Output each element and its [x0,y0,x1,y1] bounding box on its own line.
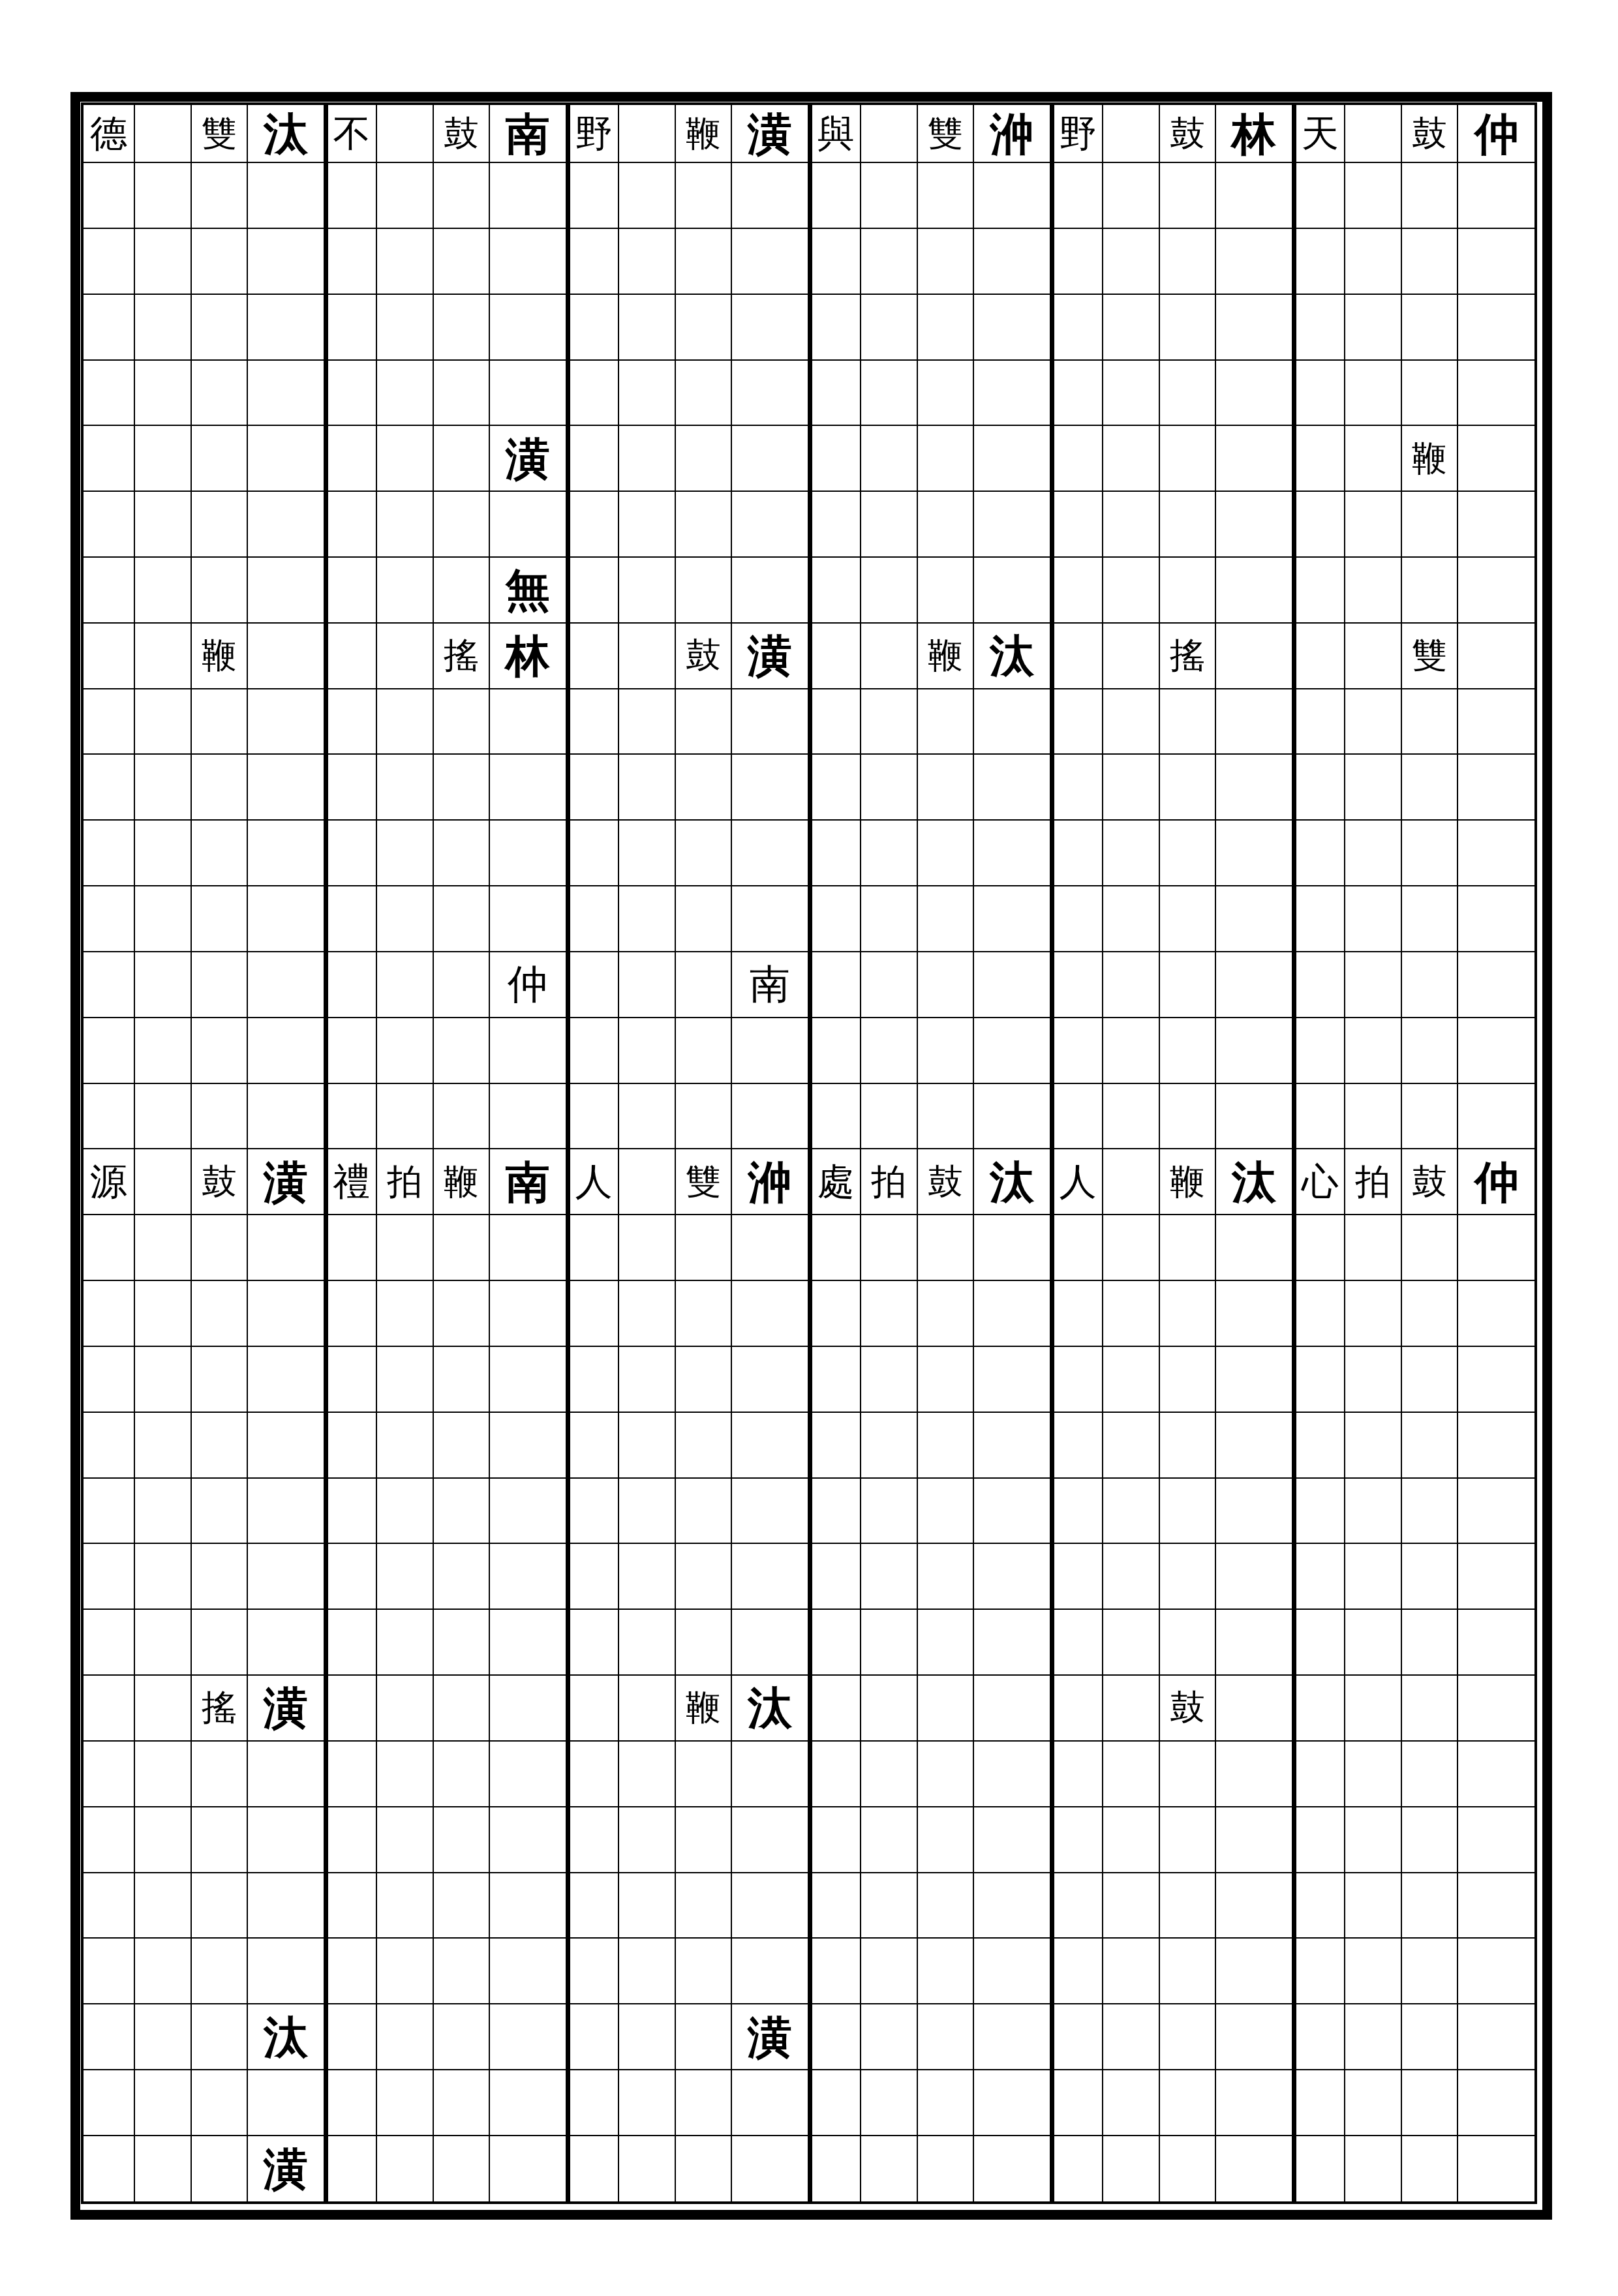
jeonggan-cell-r10c21 [1294,689,1345,755]
jeonggan-cell-r24c22 [1345,1609,1401,1675]
jeonggan-cell-r30c12: 潢 [731,2004,810,2070]
jeonggan-cell-r8c6 [376,557,433,623]
jeonggan-cell-r31c10 [618,2070,675,2136]
pitch-glyph-潢: 潢 [264,2147,308,2191]
jeonggan-cell-r2c1 [84,162,134,228]
jeonggan-row-30: 汰潢 [84,2004,1536,2070]
jeonggan-cell-r16c7 [433,1083,489,1149]
jeonggan-cell-r29c4 [247,1938,326,2004]
jeonggan-cell-r3c3 [191,228,247,294]
jeonggan-cell-r11c15 [917,754,973,820]
jeonggan-row-13 [84,886,1536,952]
percussion-glyph-雙: 雙 [1412,638,1447,673]
jeonggan-cell-r32c11 [675,2136,731,2201]
jeonggan-cell-r2c12 [731,162,810,228]
jeonggan-cell-r28c13 [810,1873,861,1939]
jeonggan-cell-r29c22 [1345,1938,1401,2004]
jeonggan-cell-r29c24 [1458,1938,1536,2004]
jeonggan-cell-r20c2 [134,1346,191,1412]
jeonggan-cell-r9c5 [326,623,376,689]
jeonggan-cell-r16c19 [1159,1083,1215,1149]
jeonggan-cell-r3c10 [618,228,675,294]
jeonggan-cell-r32c19 [1159,2136,1215,2201]
jeonggan-cell-r1c24: 仲 [1458,105,1536,162]
jeonggan-cell-r7c20 [1215,491,1294,557]
jeonggan-row-16 [84,1083,1536,1149]
jeonggan-cell-r30c2 [134,2004,191,2070]
jeonggan-cell-r17c19: 鞭 [1159,1149,1215,1215]
jeonggan-cell-r5c12 [731,360,810,426]
jeonggan-cell-r11c20 [1215,754,1294,820]
jeonggan-cell-r24c17 [1052,1609,1103,1675]
jeonggan-row-31 [84,2070,1536,2136]
jeonggan-cell-r6c2 [134,425,191,491]
jeonggan-cell-r6c23: 鞭 [1401,425,1458,491]
jeonggan-cell-r23c1 [84,1543,134,1609]
jeonggan-cell-r26c1 [84,1741,134,1807]
jeonggan-cell-r18c21 [1294,1215,1345,1280]
pitch-glyph-潢: 潢 [264,1685,308,1730]
jeonggan-cell-r14c1 [84,952,134,1018]
jeonggan-cell-r19c23 [1401,1280,1458,1346]
jeonggan-cell-r11c10 [618,754,675,820]
jeonggan-cell-r30c19 [1159,2004,1215,2070]
jeonggan-cell-r25c4: 潢 [247,1675,326,1741]
jeonggan-cell-r19c24 [1458,1280,1536,1346]
jeonggan-cell-r8c1 [84,557,134,623]
jeonggan-cell-r26c3 [191,1741,247,1807]
jeonggan-cell-r31c7 [433,2070,489,2136]
jeonggan-cell-r3c23 [1401,228,1458,294]
jeonggan-cell-r26c13 [810,1741,861,1807]
jeonggan-cell-r3c20 [1215,228,1294,294]
jeonggan-cell-r22c19 [1159,1478,1215,1544]
jeonggan-cell-r8c13 [810,557,861,623]
jeonggan-cell-r5c10 [618,360,675,426]
jeonggan-row-6: 潢鞭 [84,425,1536,491]
jeonggan-cell-r27c7 [433,1807,489,1873]
jeonggan-cell-r8c23 [1401,557,1458,623]
jeonggan-cell-r1c22 [1345,105,1401,162]
jeonggan-cell-r25c11: 鞭 [675,1675,731,1741]
jeonggan-cell-r24c10 [618,1609,675,1675]
pitch-glyph-仲: 仲 [1475,112,1519,156]
jeonggan-cell-r30c3 [191,2004,247,2070]
percussion-glyph-鞭: 鞭 [686,116,721,151]
pitch-glyph-林: 林 [506,633,550,678]
jeonggan-cell-r8c3 [191,557,247,623]
jeonggan-cell-r11c12 [731,754,810,820]
jeonggan-cell-r28c1 [84,1873,134,1939]
jeonggan-cell-r2c10 [618,162,675,228]
pitch-glyph-潢: 潢 [748,633,792,678]
lyric-glyph-野: 野 [1060,115,1097,152]
jeonggan-cell-r14c14 [861,952,917,1018]
jeonggan-row-17: 源鼓潢禮拍鞭南人雙㳞處拍鼓汰人鞭汰心拍鼓仲 [84,1149,1536,1215]
jeonggan-cell-r1c6 [376,105,433,162]
jeonggan-cell-r31c6 [376,2070,433,2136]
jeonggan-cell-r25c16 [973,1675,1052,1741]
jeonggan-cell-r7c23 [1401,491,1458,557]
jeonggan-cell-r19c8 [489,1280,568,1346]
pitch-glyph-㳞: 㳞 [990,112,1034,156]
jeonggan-cell-r31c18 [1103,2070,1159,2136]
jeonggan-cell-r18c23 [1401,1215,1458,1280]
jeonggan-cell-r31c13 [810,2070,861,2136]
jeonggan-cell-r15c17 [1052,1018,1103,1083]
jeonggan-cell-r14c18 [1103,952,1159,1018]
jeonggan-cell-r30c1 [84,2004,134,2070]
jeonggan-cell-r16c6 [376,1083,433,1149]
jeonggan-cell-r27c23 [1401,1807,1458,1873]
jeonggan-row-7 [84,491,1536,557]
jeonggan-cell-r8c15 [917,557,973,623]
jeonggan-cell-r8c18 [1103,557,1159,623]
jeonggan-cell-r22c20 [1215,1478,1294,1544]
jeonggan-cell-r5c18 [1103,360,1159,426]
jeonggan-row-4 [84,294,1536,360]
jeonggan-cell-r27c1 [84,1807,134,1873]
jeonggan-cell-r5c11 [675,360,731,426]
jeonggan-cell-r17c7: 鞭 [433,1149,489,1215]
jeonggan-cell-r24c13 [810,1609,861,1675]
percussion-glyph-鼓: 鼓 [1412,116,1447,151]
jeonggan-cell-r7c24 [1458,491,1536,557]
jeonggan-cell-r26c19 [1159,1741,1215,1807]
pitch-glyph-汰: 汰 [264,2015,308,2059]
jeonggan-cell-r11c4 [247,754,326,820]
jeonggan-cell-r6c14 [861,425,917,491]
jeonggan-cell-r4c24 [1458,294,1536,360]
jeonggan-cell-r30c24 [1458,2004,1536,2070]
jeonggan-cell-r24c24 [1458,1609,1536,1675]
jeonggan-cell-r19c10 [618,1280,675,1346]
jeonggan-cell-r15c4 [247,1018,326,1083]
jeonggan-cell-r23c5 [326,1543,376,1609]
jeonggan-cell-r6c17 [1052,425,1103,491]
jeonggan-cell-r23c12 [731,1543,810,1609]
jeonggan-cell-r12c1 [84,820,134,886]
jeonggan-cell-r32c6 [376,2136,433,2201]
jeonggan-cell-r1c14 [861,105,917,162]
jeonggan-cell-r2c3 [191,162,247,228]
jeonggan-cell-r10c18 [1103,689,1159,755]
jeonggan-cell-r21c9 [568,1412,618,1478]
jeonggan-cell-r6c12 [731,425,810,491]
jeonggan-cell-r13c19 [1159,886,1215,952]
jeonggan-cell-r19c12 [731,1280,810,1346]
jeonggan-cell-r23c14 [861,1543,917,1609]
jeonggan-cell-r6c10 [618,425,675,491]
jeonggan-cell-r1c1: 德 [84,105,134,162]
jeonggan-cell-r27c2 [134,1807,191,1873]
jeonggan-cell-r5c14 [861,360,917,426]
jeonggan-cell-r32c10 [618,2136,675,2201]
jeonggan-cell-r32c4: 潢 [247,2136,326,2201]
jeonggan-cell-r27c24 [1458,1807,1536,1873]
jeonggan-row-23 [84,1543,1536,1609]
jeonggan-cell-r28c23 [1401,1873,1458,1939]
jeonggan-cell-r11c21 [1294,754,1345,820]
jeonggan-cell-r14c23 [1401,952,1458,1018]
jeonggan-cell-r7c10 [618,491,675,557]
jeonggan-cell-r5c5 [326,360,376,426]
jeonggan-cell-r6c19 [1159,425,1215,491]
jeonggan-cell-r25c3: 搖 [191,1675,247,1741]
jeonggan-cell-r29c18 [1103,1938,1159,2004]
jeonggan-cell-r21c23 [1401,1412,1458,1478]
jeonggan-cell-r11c24 [1458,754,1536,820]
jeonggan-cell-r7c5 [326,491,376,557]
jeonggan-cell-r32c3 [191,2136,247,2201]
jeonggan-cell-r10c10 [618,689,675,755]
jeonggan-cell-r1c4: 汰 [247,105,326,162]
jeonggan-cell-r17c20: 汰 [1215,1149,1294,1215]
jeonggan-cell-r12c2 [134,820,191,886]
jeonggan-cell-r7c22 [1345,491,1401,557]
jeonggan-cell-r17c24: 仲 [1458,1149,1536,1215]
jeonggan-cell-r19c18 [1103,1280,1159,1346]
jeonggan-cell-r12c19 [1159,820,1215,886]
jeonggan-cell-r19c11 [675,1280,731,1346]
jeonggan-cell-r26c24 [1458,1741,1536,1807]
jeonggan-cell-r20c14 [861,1346,917,1412]
jeonggan-cell-r29c19 [1159,1938,1215,2004]
jeonggan-cell-r19c22 [1345,1280,1401,1346]
jeonggan-cell-r18c15 [917,1215,973,1280]
pitch-glyph-潢: 潢 [748,2015,792,2059]
jeonggan-row-9: 鞭搖林鼓潢鞭汰搖雙 [84,623,1536,689]
jeonggan-cell-r26c7 [433,1741,489,1807]
jeonggan-cell-r4c10 [618,294,675,360]
jeonggan-cell-r15c11 [675,1018,731,1083]
jeonggan-cell-r25c5 [326,1675,376,1741]
jeonggan-cell-r3c21 [1294,228,1345,294]
jeonggan-cell-r31c22 [1345,2070,1401,2136]
jeonggan-cell-r1c9: 野 [568,105,618,162]
jeonggan-cell-r8c4 [247,557,326,623]
jeonggan-cell-r27c8 [489,1807,568,1873]
jeonggan-cell-r7c7 [433,491,489,557]
jeonggan-row-10 [84,689,1536,755]
jeonggan-cell-r3c7 [433,228,489,294]
jeonggan-cell-r20c6 [376,1346,433,1412]
jeonggan-cell-r15c13 [810,1018,861,1083]
jeonggan-cell-r14c6 [376,952,433,1018]
jeonggan-cell-r21c10 [618,1412,675,1478]
jeonggan-cell-r25c13 [810,1675,861,1741]
jeonggan-cell-r23c23 [1401,1543,1458,1609]
jeonggan-cell-r17c22: 拍 [1345,1149,1401,1215]
jeonggan-cell-r23c3 [191,1543,247,1609]
jeonggan-cell-r4c5 [326,294,376,360]
jeonggan-cell-r26c5 [326,1741,376,1807]
jeonggan-cell-r11c1 [84,754,134,820]
jeonggan-cell-r9c4 [247,623,326,689]
jeonggan-cell-r13c3 [191,886,247,952]
jeonggan-cell-r31c12 [731,2070,810,2136]
jeonggan-cell-r10c14 [861,689,917,755]
jeonggan-cell-r15c3 [191,1018,247,1083]
lyric-glyph-天: 天 [1302,115,1339,152]
jeonggan-cell-r25c22 [1345,1675,1401,1741]
jeonggan-cell-r26c8 [489,1741,568,1807]
jeonggan-cell-r2c19 [1159,162,1215,228]
jeonggan-cell-r26c21 [1294,1741,1345,1807]
jeonggan-row-12 [84,820,1536,886]
percussion-glyph-拍: 拍 [388,1164,423,1200]
jeonggan-cell-r7c14 [861,491,917,557]
jeonggan-cell-r15c7 [433,1018,489,1083]
jeonggan-cell-r2c16 [973,162,1052,228]
jeonggan-cell-r26c15 [917,1741,973,1807]
jeonggan-cell-r28c9 [568,1873,618,1939]
jeonggan-cell-r10c16 [973,689,1052,755]
jeonggan-cell-r11c13 [810,754,861,820]
jeonggan-cell-r9c15: 鞭 [917,623,973,689]
jeonggan-row-20 [84,1346,1536,1412]
jeonggan-cell-r3c14 [861,228,917,294]
jeonggan-cell-r22c3 [191,1478,247,1544]
jeonggan-cell-r20c9 [568,1346,618,1412]
jeonggan-cell-r11c7 [433,754,489,820]
jeonggan-cell-r3c17 [1052,228,1103,294]
jeonggan-cell-r16c1 [84,1083,134,1149]
jeonggan-cell-r13c18 [1103,886,1159,952]
jeonggan-cell-r22c12 [731,1478,810,1544]
jeonggan-cell-r15c14 [861,1018,917,1083]
jeonggan-cell-r10c24 [1458,689,1536,755]
jeonggan-cell-r18c12 [731,1215,810,1280]
jeonggan-row-14: 仲南 [84,952,1536,1018]
jeonggan-cell-r21c3 [191,1412,247,1478]
jeonggan-cell-r2c4 [247,162,326,228]
percussion-glyph-鼓: 鼓 [444,116,479,151]
jeonggan-cell-r14c7 [433,952,489,1018]
jeonggan-cell-r20c10 [618,1346,675,1412]
jeonggan-cell-r16c22 [1345,1083,1401,1149]
jeonggan-cell-r3c16 [973,228,1052,294]
jeonggan-row-29 [84,1938,1536,2004]
jeonggan-cell-r28c2 [134,1873,191,1939]
jeonggan-cell-r6c13 [810,425,861,491]
jeonggan-cell-r6c16 [973,425,1052,491]
jeonggan-cell-r12c14 [861,820,917,886]
jeonggan-cell-r20c16 [973,1346,1052,1412]
jeonggan-cell-r13c6 [376,886,433,952]
jeonggan-cell-r27c14 [861,1807,917,1873]
jeonggan-cell-r20c18 [1103,1346,1159,1412]
jeonggan-cell-r14c22 [1345,952,1401,1018]
jeonggan-cell-r31c5 [326,2070,376,2136]
jeonggan-cell-r26c17 [1052,1741,1103,1807]
jeonggan-cell-r15c6 [376,1018,433,1083]
jeonggan-cell-r14c19 [1159,952,1215,1018]
jeonggan-cell-r6c11 [675,425,731,491]
jeonggan-cell-r23c6 [376,1543,433,1609]
jeonggan-cell-r29c8 [489,1938,568,2004]
jeonggan-cell-r16c4 [247,1083,326,1149]
jeonggan-cell-r2c14 [861,162,917,228]
pitch-glyph-汰: 汰 [264,112,308,156]
jeonggan-cell-r23c11 [675,1543,731,1609]
jeonggan-cell-r26c11 [675,1741,731,1807]
pitch-glyph-汰: 汰 [990,633,1034,678]
jeonggan-cell-r6c24 [1458,425,1536,491]
pitch-glyph-㳞: 㳞 [748,1160,792,1204]
jeonggan-cell-r29c23 [1401,1938,1458,2004]
jeonggan-cell-r32c21 [1294,2136,1345,2201]
percussion-glyph-鼓: 鼓 [1170,1690,1205,1725]
jeonggan-cell-r25c12: 汰 [731,1675,810,1741]
jeonggan-cell-r30c13 [810,2004,861,2070]
jeonggan-cell-r20c17 [1052,1346,1103,1412]
jeonggan-cell-r19c3 [191,1280,247,1346]
jeonggan-cell-r1c18 [1103,105,1159,162]
jeonggan-cell-r12c24 [1458,820,1536,886]
jeonggan-cell-r25c9 [568,1675,618,1741]
jeonggan-cell-r5c7 [433,360,489,426]
jeonggan-cell-r31c9 [568,2070,618,2136]
jeonggan-cell-r12c3 [191,820,247,886]
jeonggan-cell-r23c2 [134,1543,191,1609]
jeonggan-cell-r9c19: 搖 [1159,623,1215,689]
jeonggan-cell-r14c10 [618,952,675,1018]
jeonggan-cell-r30c8 [489,2004,568,2070]
jeonggan-cell-r5c22 [1345,360,1401,426]
jeonggan-cell-r29c17 [1052,1938,1103,2004]
jeonggan-row-2 [84,162,1536,228]
jeonggan-cell-r14c16 [973,952,1052,1018]
jeonggan-cell-r24c21 [1294,1609,1345,1675]
jeonggan-cell-r25c1 [84,1675,134,1741]
jeonggan-row-3 [84,228,1536,294]
jeonggan-cell-r13c23 [1401,886,1458,952]
jeonggan-cell-r12c9 [568,820,618,886]
jeonggan-cell-r19c19 [1159,1280,1215,1346]
percussion-glyph-鼓: 鼓 [1412,1164,1447,1200]
jeonggan-cell-r20c1 [84,1346,134,1412]
jeonggan-cell-r22c15 [917,1478,973,1544]
jeonggan-cell-r8c19 [1159,557,1215,623]
lyric-glyph-心: 心 [1302,1163,1339,1200]
jeonggan-cell-r27c15 [917,1807,973,1873]
jeonggan-cell-r29c6 [376,1938,433,2004]
lyric-glyph-處: 處 [817,1163,855,1200]
jeonggan-cell-r9c13 [810,623,861,689]
jeonggan-cell-r29c13 [810,1938,861,2004]
jeonggan-cell-r5c20 [1215,360,1294,426]
jeonggan-cell-r3c8 [489,228,568,294]
jeonggan-cell-r26c4 [247,1741,326,1807]
jeonggan-cell-r2c7 [433,162,489,228]
jeonggan-cell-r11c22 [1345,754,1401,820]
jeonggan-cell-r10c15 [917,689,973,755]
jeonggan-cell-r19c5 [326,1280,376,1346]
jeonggan-cell-r32c9 [568,2136,618,2201]
jeonggan-cell-r22c9 [568,1478,618,1544]
jeonggan-cell-r6c22 [1345,425,1401,491]
jeonggan-cell-r8c11 [675,557,731,623]
jeonggan-cell-r22c16 [973,1478,1052,1544]
jeonggan-cell-r1c19: 鼓 [1159,105,1215,162]
jeonggan-cell-r16c23 [1401,1083,1458,1149]
jeonggan-cell-r18c4 [247,1215,326,1280]
jeonggan-cell-r8c24 [1458,557,1536,623]
jeonggan-cell-r4c11 [675,294,731,360]
jeonggan-cell-r23c8 [489,1543,568,1609]
jeonggan-cell-r5c15 [917,360,973,426]
